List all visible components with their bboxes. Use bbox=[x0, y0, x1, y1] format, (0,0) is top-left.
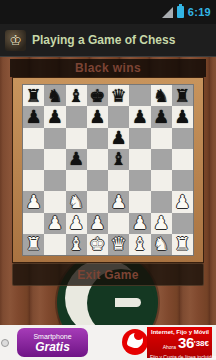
square-c5[interactable]: ♟ bbox=[66, 149, 87, 170]
square-a3[interactable]: ♟ bbox=[23, 191, 44, 212]
chess-board[interactable]: ♜♞♝♚♛♞♜♟♟♟♟♟♟♟♟♝♟♞♟♟♟♟♟♟♟♜♝♚♛♝♞♜ bbox=[22, 84, 194, 256]
square-h1[interactable]: ♜ bbox=[172, 234, 193, 255]
square-e2[interactable] bbox=[108, 213, 129, 234]
piece-white-pawn-g2: ♟ bbox=[153, 214, 169, 232]
square-d4[interactable] bbox=[87, 170, 108, 191]
square-e6[interactable]: ♟ bbox=[108, 128, 129, 149]
piece-black-pawn-f7: ♟ bbox=[132, 108, 148, 126]
square-b8[interactable]: ♞ bbox=[44, 85, 65, 106]
square-c4[interactable] bbox=[66, 170, 87, 191]
piece-black-pawn-h7: ♟ bbox=[174, 108, 190, 126]
square-f6[interactable] bbox=[129, 128, 150, 149]
square-e8[interactable]: ♛ bbox=[108, 85, 129, 106]
square-g2[interactable]: ♟ bbox=[151, 213, 172, 234]
piece-white-pawn-a3: ♟ bbox=[26, 193, 42, 211]
piece-black-knight-g8: ♞ bbox=[153, 87, 169, 105]
ad-badge-line2: Gratis bbox=[35, 341, 70, 353]
piece-black-bishop-e5: ♝ bbox=[111, 150, 127, 168]
square-a1[interactable]: ♜ bbox=[23, 234, 44, 255]
piece-white-knight-g1: ♞ bbox=[153, 235, 169, 253]
status-bar: 6:19 bbox=[0, 0, 216, 24]
square-d5[interactable] bbox=[87, 149, 108, 170]
square-f3[interactable] bbox=[129, 191, 150, 212]
piece-white-knight-c3: ♞ bbox=[68, 193, 84, 211]
piece-white-pawn-f2: ♟ bbox=[132, 214, 148, 232]
piece-white-pawn-d2: ♟ bbox=[89, 214, 105, 232]
square-f2[interactable]: ♟ bbox=[129, 213, 150, 234]
piece-white-bishop-f1: ♝ bbox=[132, 235, 148, 253]
ad-price-prefix: Ahora bbox=[163, 340, 176, 354]
ad-price: Ahora 36 '38€ bbox=[150, 336, 209, 354]
piece-black-king-d8: ♚ bbox=[89, 87, 105, 105]
square-h5[interactable] bbox=[172, 149, 193, 170]
square-c1[interactable]: ♝ bbox=[66, 234, 87, 255]
piece-white-king-d1: ♚ bbox=[89, 235, 105, 253]
square-b4[interactable] bbox=[44, 170, 65, 191]
square-b6[interactable] bbox=[44, 128, 65, 149]
square-e1[interactable]: ♛ bbox=[108, 234, 129, 255]
square-f1[interactable]: ♝ bbox=[129, 234, 150, 255]
square-b3[interactable] bbox=[44, 191, 65, 212]
square-g6[interactable] bbox=[151, 128, 172, 149]
square-f8[interactable] bbox=[129, 85, 150, 106]
piece-white-rook-a1: ♜ bbox=[26, 235, 42, 253]
vodafone-logo-icon bbox=[122, 329, 148, 355]
ad-price-main: 36 bbox=[178, 336, 194, 350]
square-f5[interactable] bbox=[129, 149, 150, 170]
square-g8[interactable]: ♞ bbox=[151, 85, 172, 106]
square-e5[interactable]: ♝ bbox=[108, 149, 129, 170]
piece-white-pawn-e3: ♟ bbox=[111, 193, 127, 211]
app-title: Playing a Game of Chess bbox=[32, 33, 175, 47]
square-d8[interactable]: ♚ bbox=[87, 85, 108, 106]
square-g5[interactable] bbox=[151, 149, 172, 170]
square-b7[interactable]: ♟ bbox=[44, 106, 65, 127]
piece-black-queen-e8: ♛ bbox=[111, 87, 127, 105]
chess-app-icon: ♔ bbox=[5, 30, 26, 51]
square-b5[interactable] bbox=[44, 149, 65, 170]
result-banner: Black wins bbox=[10, 59, 206, 77]
battery-icon bbox=[177, 6, 184, 18]
piece-black-pawn-d7: ♟ bbox=[89, 108, 105, 126]
square-f4[interactable] bbox=[129, 170, 150, 191]
square-e4[interactable] bbox=[108, 170, 129, 191]
square-h8[interactable]: ♜ bbox=[172, 85, 193, 106]
square-h3[interactable]: ♟ bbox=[172, 191, 193, 212]
square-h6[interactable] bbox=[172, 128, 193, 149]
piece-black-rook-a8: ♜ bbox=[26, 87, 42, 105]
square-d6[interactable] bbox=[87, 128, 108, 149]
piece-black-pawn-c5: ♟ bbox=[68, 150, 84, 168]
ad-footnote: Fijo y Cuota de línea incluidos bbox=[150, 354, 209, 360]
ad-banner[interactable]: Smartphone Gratis Internet, Fijo y Móvil… bbox=[0, 325, 216, 360]
square-c2[interactable]: ♟ bbox=[66, 213, 87, 234]
piece-white-pawn-b2: ♟ bbox=[47, 214, 63, 232]
square-e7[interactable] bbox=[108, 106, 129, 127]
piece-black-pawn-e6: ♟ bbox=[111, 129, 127, 147]
square-g4[interactable] bbox=[151, 170, 172, 191]
exit-game-button[interactable]: Exit Game bbox=[12, 263, 204, 286]
square-d3[interactable] bbox=[87, 191, 108, 212]
piece-black-pawn-b7: ♟ bbox=[47, 108, 63, 126]
square-d7[interactable]: ♟ bbox=[87, 106, 108, 127]
ad-offer-badge[interactable]: Smartphone Gratis bbox=[17, 328, 88, 357]
piece-black-rook-h8: ♜ bbox=[174, 87, 190, 105]
piece-black-bishop-c8: ♝ bbox=[68, 87, 84, 105]
square-a4[interactable] bbox=[23, 170, 44, 191]
square-a8[interactable]: ♜ bbox=[23, 85, 44, 106]
square-g7[interactable]: ♟ bbox=[151, 106, 172, 127]
piece-white-queen-e1: ♛ bbox=[111, 235, 127, 253]
ad-info-icon bbox=[1, 339, 9, 347]
square-c8[interactable]: ♝ bbox=[66, 85, 87, 106]
piece-white-bishop-c1: ♝ bbox=[68, 235, 84, 253]
board-frame: ♜♞♝♚♛♞♜♟♟♟♟♟♟♟♟♝♟♞♟♟♟♟♟♟♟♜♝♚♛♝♞♜ bbox=[12, 77, 204, 263]
ad-price-decimals: '38€ bbox=[194, 337, 209, 351]
piece-white-pawn-c2: ♟ bbox=[68, 214, 84, 232]
square-a2[interactable] bbox=[23, 213, 44, 234]
title-bar: ♔ Playing a Game of Chess bbox=[0, 24, 216, 57]
game-area: Black wins ♜♞♝♚♛♞♜♟♟♟♟♟♟♟♟♝♟♞♟♟♟♟♟♟♟♜♝♚♛… bbox=[0, 57, 216, 325]
square-a5[interactable] bbox=[23, 149, 44, 170]
square-g1[interactable]: ♞ bbox=[151, 234, 172, 255]
square-h2[interactable] bbox=[172, 213, 193, 234]
square-d2[interactable]: ♟ bbox=[87, 213, 108, 234]
piece-white-rook-h1: ♜ bbox=[174, 235, 190, 253]
piece-black-pawn-a7: ♟ bbox=[26, 108, 42, 126]
square-a6[interactable] bbox=[23, 128, 44, 149]
square-h7[interactable]: ♟ bbox=[172, 106, 193, 127]
square-f7[interactable]: ♟ bbox=[129, 106, 150, 127]
piece-black-pawn-g7: ♟ bbox=[153, 108, 169, 126]
square-b2[interactable]: ♟ bbox=[44, 213, 65, 234]
square-c7[interactable] bbox=[66, 106, 87, 127]
ad-offer-panel[interactable]: Internet, Fijo y Móvil Ahora 36 '38€ Fij… bbox=[147, 327, 212, 358]
square-b1[interactable] bbox=[44, 234, 65, 255]
status-time: 6:19 bbox=[188, 6, 211, 18]
square-a7[interactable]: ♟ bbox=[23, 106, 44, 127]
piece-black-knight-b8: ♞ bbox=[47, 87, 63, 105]
square-h4[interactable] bbox=[172, 170, 193, 191]
piece-white-pawn-h3: ♟ bbox=[174, 193, 190, 211]
square-d1[interactable]: ♚ bbox=[87, 234, 108, 255]
square-c6[interactable] bbox=[66, 128, 87, 149]
signal-icon bbox=[162, 7, 173, 18]
square-e3[interactable]: ♟ bbox=[108, 191, 129, 212]
square-g3[interactable] bbox=[151, 191, 172, 212]
square-c3[interactable]: ♞ bbox=[66, 191, 87, 212]
